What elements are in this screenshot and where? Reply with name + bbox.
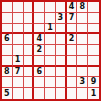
cell-r4c2[interactable]	[13, 34, 24, 45]
cell-r8c5[interactable]	[45, 77, 56, 88]
cell-r2c9[interactable]	[88, 13, 99, 24]
cell-r5c1[interactable]	[2, 45, 13, 56]
cell-r2c7: 7	[67, 13, 78, 24]
cell-r9c3[interactable]	[24, 88, 35, 99]
cell-r7c8[interactable]	[77, 67, 88, 78]
cell-r1c7: 4	[67, 2, 78, 13]
cell-r6c4[interactable]	[34, 56, 45, 67]
cell-r9c5[interactable]	[45, 88, 56, 99]
cell-r4c1: 6	[2, 34, 13, 45]
cell-r8c7[interactable]	[67, 77, 78, 88]
cell-r6c3[interactable]	[24, 56, 35, 67]
cell-r7c6[interactable]	[56, 67, 67, 78]
cell-r1c9[interactable]	[88, 2, 99, 13]
cell-r4c7: 2	[67, 34, 78, 45]
cell-r1c3[interactable]	[24, 2, 35, 13]
cell-r2c4[interactable]	[34, 13, 45, 24]
cell-r8c4[interactable]	[34, 77, 45, 88]
cell-r5c5[interactable]	[45, 45, 56, 56]
cell-r5c9[interactable]	[88, 45, 99, 56]
cell-r9c9: 1	[88, 88, 99, 99]
cell-r4c4: 4	[34, 34, 45, 45]
cell-r2c3[interactable]	[24, 13, 35, 24]
cell-r9c1: 5	[2, 88, 13, 99]
cell-r3c4[interactable]	[34, 24, 45, 35]
cell-r2c6: 3	[56, 13, 67, 24]
cell-r3c9[interactable]	[88, 24, 99, 35]
cell-r9c7[interactable]	[67, 88, 78, 99]
cell-r8c1[interactable]	[2, 77, 13, 88]
cell-r6c5[interactable]	[45, 56, 56, 67]
cell-r3c7[interactable]	[67, 24, 78, 35]
cell-r2c2[interactable]	[13, 13, 24, 24]
cell-r1c2[interactable]	[13, 2, 24, 13]
cell-r9c8[interactable]	[77, 88, 88, 99]
cell-r1c1[interactable]	[2, 2, 13, 13]
cell-r6c9[interactable]	[88, 56, 99, 67]
cell-r4c8[interactable]	[77, 34, 88, 45]
cell-r3c5: 1	[45, 24, 56, 35]
cell-r8c3[interactable]	[24, 77, 35, 88]
cell-r4c3[interactable]	[24, 34, 35, 45]
cell-r1c8: 8	[77, 2, 88, 13]
cell-r4c5[interactable]	[45, 34, 56, 45]
cell-r2c8[interactable]	[77, 13, 88, 24]
cell-r3c1[interactable]	[2, 24, 13, 35]
cell-r9c2[interactable]	[13, 88, 24, 99]
cell-r6c1[interactable]	[2, 56, 13, 67]
cell-r6c8[interactable]	[77, 56, 88, 67]
cell-r1c6[interactable]	[56, 2, 67, 13]
cell-r6c6[interactable]	[56, 56, 67, 67]
cell-r7c3[interactable]	[24, 67, 35, 78]
cell-r9c6[interactable]	[56, 88, 67, 99]
cell-r6c7[interactable]	[67, 56, 78, 67]
cell-r5c3[interactable]	[24, 45, 35, 56]
cell-r3c2[interactable]	[13, 24, 24, 35]
cell-r7c4: 6	[34, 67, 45, 78]
cell-r8c2[interactable]	[13, 77, 24, 88]
cell-r2c1[interactable]	[2, 13, 13, 24]
cell-r3c3[interactable]	[24, 24, 35, 35]
cell-r9c4[interactable]	[34, 88, 45, 99]
cell-r5c8[interactable]	[77, 45, 88, 56]
cell-r7c1: 8	[2, 67, 13, 78]
cell-r7c9[interactable]	[88, 67, 99, 78]
sudoku-board: 48371642218763951	[0, 0, 101, 101]
cell-r6c2: 1	[13, 56, 24, 67]
cell-r1c4[interactable]	[34, 2, 45, 13]
cell-r5c2[interactable]	[13, 45, 24, 56]
cell-r1c5[interactable]	[45, 2, 56, 13]
cell-r8c6[interactable]	[56, 77, 67, 88]
cell-r8c8: 3	[77, 77, 88, 88]
cell-r5c4: 2	[34, 45, 45, 56]
cell-r7c2: 7	[13, 67, 24, 78]
cell-r4c9[interactable]	[88, 34, 99, 45]
cell-r2c5[interactable]	[45, 13, 56, 24]
cell-r8c9: 9	[88, 77, 99, 88]
cell-r7c7[interactable]	[67, 67, 78, 78]
cell-r7c5[interactable]	[45, 67, 56, 78]
cell-r3c6[interactable]	[56, 24, 67, 35]
cell-r5c7[interactable]	[67, 45, 78, 56]
cell-r3c8[interactable]	[77, 24, 88, 35]
cell-r5c6[interactable]	[56, 45, 67, 56]
cell-r4c6[interactable]	[56, 34, 67, 45]
